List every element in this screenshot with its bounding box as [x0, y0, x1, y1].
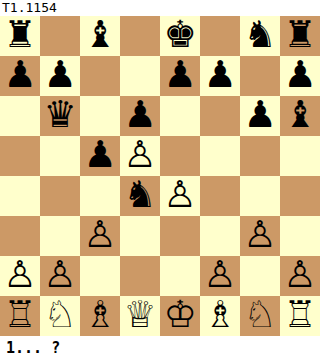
square-f1[interactable]: ♗	[200, 296, 240, 336]
black-pawn: ♟	[243, 96, 276, 135]
white-pawn: ♙	[123, 136, 156, 175]
white-knight: ♘	[43, 296, 76, 335]
square-f8[interactable]	[200, 16, 240, 56]
square-e6[interactable]	[160, 96, 200, 136]
black-pawn: ♟	[283, 56, 316, 95]
square-e3[interactable]	[160, 216, 200, 256]
white-queen: ♕	[123, 296, 156, 335]
square-d2[interactable]	[120, 256, 160, 296]
square-h2[interactable]: ♙	[280, 256, 320, 296]
white-bishop: ♗	[203, 296, 236, 335]
square-a4[interactable]	[0, 176, 40, 216]
black-pawn: ♟	[123, 96, 156, 135]
black-pawn: ♟	[163, 56, 196, 95]
black-rook: ♜	[283, 16, 316, 55]
square-a8[interactable]: ♜	[0, 16, 40, 56]
square-g6[interactable]: ♟	[240, 96, 280, 136]
square-f5[interactable]	[200, 136, 240, 176]
puzzle-title: T1.1154	[0, 0, 320, 16]
square-g1[interactable]: ♘	[240, 296, 280, 336]
square-b3[interactable]	[40, 216, 80, 256]
square-d3[interactable]	[120, 216, 160, 256]
black-knight: ♞	[123, 176, 156, 215]
square-e7[interactable]: ♟	[160, 56, 200, 96]
white-bishop: ♗	[83, 296, 116, 335]
square-e5[interactable]	[160, 136, 200, 176]
white-pawn: ♙	[283, 256, 316, 295]
square-c6[interactable]	[80, 96, 120, 136]
square-b2[interactable]: ♙	[40, 256, 80, 296]
white-pawn: ♙	[83, 216, 116, 255]
white-king: ♔	[163, 296, 196, 335]
black-pawn: ♟	[83, 136, 116, 175]
square-h8[interactable]: ♜	[280, 16, 320, 56]
white-pawn: ♙	[163, 176, 196, 215]
white-rook: ♖	[3, 296, 36, 335]
square-f2[interactable]: ♙	[200, 256, 240, 296]
square-c5[interactable]: ♟	[80, 136, 120, 176]
white-pawn: ♙	[3, 256, 36, 295]
square-h5[interactable]	[280, 136, 320, 176]
square-d1[interactable]: ♕	[120, 296, 160, 336]
square-a2[interactable]: ♙	[0, 256, 40, 296]
square-a6[interactable]	[0, 96, 40, 136]
chess-board: ♜♝♚♞♜♟♟♟♟♟♛♟♟♝♟♙♞♙♙♙♙♙♙♙♖♘♗♕♔♗♘♖	[0, 16, 320, 336]
square-c7[interactable]	[80, 56, 120, 96]
square-h1[interactable]: ♖	[280, 296, 320, 336]
square-c1[interactable]: ♗	[80, 296, 120, 336]
square-g7[interactable]	[240, 56, 280, 96]
square-c3[interactable]: ♙	[80, 216, 120, 256]
square-h4[interactable]	[280, 176, 320, 216]
square-d4[interactable]: ♞	[120, 176, 160, 216]
square-e8[interactable]: ♚	[160, 16, 200, 56]
square-b6[interactable]: ♛	[40, 96, 80, 136]
square-d6[interactable]: ♟	[120, 96, 160, 136]
square-e1[interactable]: ♔	[160, 296, 200, 336]
black-king: ♚	[163, 16, 196, 55]
black-bishop: ♝	[83, 16, 116, 55]
square-a3[interactable]	[0, 216, 40, 256]
square-g2[interactable]	[240, 256, 280, 296]
black-pawn: ♟	[203, 56, 236, 95]
square-f4[interactable]	[200, 176, 240, 216]
square-e4[interactable]: ♙	[160, 176, 200, 216]
square-c4[interactable]	[80, 176, 120, 216]
square-a5[interactable]	[0, 136, 40, 176]
square-b4[interactable]	[40, 176, 80, 216]
square-g5[interactable]	[240, 136, 280, 176]
square-h6[interactable]: ♝	[280, 96, 320, 136]
black-bishop: ♝	[283, 96, 316, 135]
square-c2[interactable]	[80, 256, 120, 296]
square-d8[interactable]	[120, 16, 160, 56]
black-pawn: ♟	[43, 56, 76, 95]
black-pawn: ♟	[3, 56, 36, 95]
square-f3[interactable]	[200, 216, 240, 256]
white-rook: ♖	[283, 296, 316, 335]
square-e2[interactable]	[160, 256, 200, 296]
square-g8[interactable]: ♞	[240, 16, 280, 56]
square-h7[interactable]: ♟	[280, 56, 320, 96]
white-pawn: ♙	[243, 216, 276, 255]
square-d5[interactable]: ♙	[120, 136, 160, 176]
square-b7[interactable]: ♟	[40, 56, 80, 96]
square-b5[interactable]	[40, 136, 80, 176]
square-b8[interactable]	[40, 16, 80, 56]
square-c8[interactable]: ♝	[80, 16, 120, 56]
square-g4[interactable]	[240, 176, 280, 216]
square-f7[interactable]: ♟	[200, 56, 240, 96]
square-h3[interactable]	[280, 216, 320, 256]
black-knight: ♞	[243, 16, 276, 55]
square-d7[interactable]	[120, 56, 160, 96]
white-pawn: ♙	[43, 256, 76, 295]
chess-app-window: T1.1154 ♜♝♚♞♜♟♟♟♟♟♛♟♟♝♟♙♞♙♙♙♙♙♙♙♖♘♗♕♔♗♘♖…	[0, 0, 320, 360]
white-pawn: ♙	[203, 256, 236, 295]
square-b1[interactable]: ♘	[40, 296, 80, 336]
white-knight: ♘	[243, 296, 276, 335]
square-g3[interactable]: ♙	[240, 216, 280, 256]
black-rook: ♜	[3, 16, 36, 55]
square-a7[interactable]: ♟	[0, 56, 40, 96]
square-a1[interactable]: ♖	[0, 296, 40, 336]
black-queen: ♛	[43, 96, 76, 135]
square-f6[interactable]	[200, 96, 240, 136]
move-prompt: 1... ?	[0, 336, 320, 360]
